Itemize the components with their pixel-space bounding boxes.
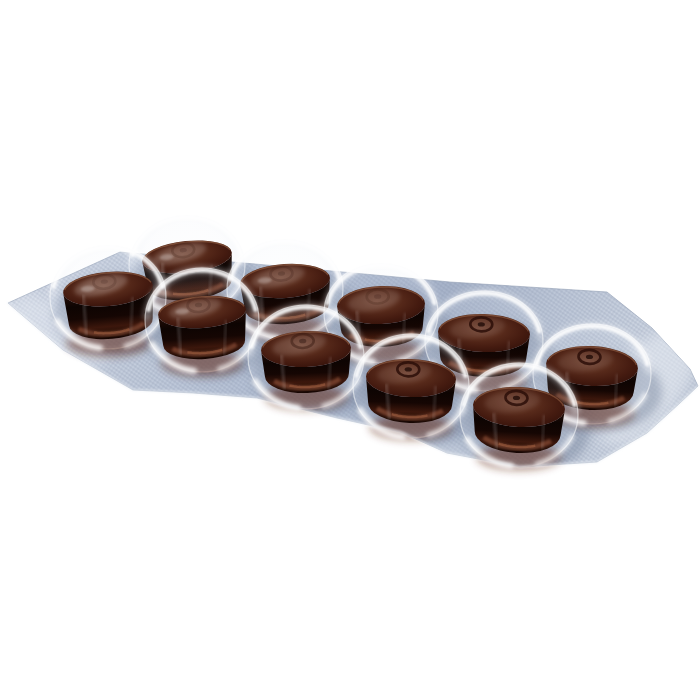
lozenge-front-3 — [260, 329, 352, 394]
blister-cell-front-3 — [248, 305, 364, 410]
photo-canvas — [0, 0, 700, 700]
lozenge-front-4 — [364, 357, 456, 424]
blister-cell-front-4 — [353, 334, 469, 440]
blister-cell-front-5 — [460, 363, 578, 470]
blister-pack-photo — [0, 0, 700, 700]
